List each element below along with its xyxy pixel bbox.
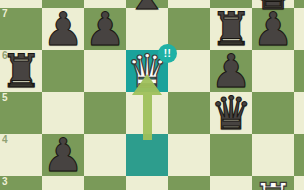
square-f4[interactable] bbox=[210, 134, 252, 176]
square-e5[interactable] bbox=[168, 92, 210, 134]
square-c3[interactable] bbox=[84, 176, 126, 190]
brilliant-move-badge: !! bbox=[158, 44, 177, 63]
move-arrow-head-icon bbox=[132, 74, 162, 95]
square-d8[interactable]: ♝ bbox=[126, 0, 168, 8]
black-pawn[interactable]: ♟ bbox=[42, 134, 84, 176]
square-b4[interactable]: ♟ bbox=[42, 134, 84, 176]
square-c4[interactable] bbox=[84, 134, 126, 176]
square-h6[interactable] bbox=[294, 50, 304, 92]
square-d3[interactable] bbox=[126, 176, 168, 190]
square-e3[interactable] bbox=[168, 176, 210, 190]
white-rook[interactable]: ♜ bbox=[252, 179, 294, 190]
rank-label-7: 7 bbox=[2, 9, 8, 19]
square-c6[interactable] bbox=[84, 50, 126, 92]
black-pawn[interactable]: ♟ bbox=[42, 8, 84, 50]
square-h3[interactable] bbox=[294, 176, 304, 190]
move-arrow-shaft bbox=[143, 95, 152, 140]
square-h8[interactable] bbox=[294, 0, 304, 8]
square-a3[interactable]: 3 bbox=[0, 176, 42, 190]
black-rook[interactable]: ♜ bbox=[0, 50, 42, 92]
black-bishop[interactable]: ♝ bbox=[126, 0, 168, 14]
square-f5[interactable]: ♛ bbox=[210, 92, 252, 134]
black-pawn[interactable]: ♟ bbox=[252, 8, 294, 50]
square-g4[interactable] bbox=[252, 134, 294, 176]
chess-board-screenshot: ♝♚7♟♟♜♟6♜♛♟5♛4♟3♜ !! bbox=[0, 0, 304, 190]
square-e8[interactable] bbox=[168, 0, 210, 8]
square-g5[interactable] bbox=[252, 92, 294, 134]
square-g7[interactable]: ♟ bbox=[252, 8, 294, 50]
square-d4[interactable] bbox=[126, 134, 168, 176]
rank-label-4: 4 bbox=[2, 135, 8, 145]
rank-label-3: 3 bbox=[2, 177, 8, 187]
square-a8[interactable] bbox=[0, 0, 42, 8]
square-f3[interactable] bbox=[210, 176, 252, 190]
square-b7[interactable]: ♟ bbox=[42, 8, 84, 50]
square-c7[interactable]: ♟ bbox=[84, 8, 126, 50]
square-c5[interactable] bbox=[84, 92, 126, 134]
square-e7[interactable] bbox=[168, 8, 210, 50]
square-e4[interactable] bbox=[168, 134, 210, 176]
square-g6[interactable] bbox=[252, 50, 294, 92]
black-pawn[interactable]: ♟ bbox=[84, 8, 126, 50]
chess-board: ♝♚7♟♟♜♟6♜♛♟5♛4♟3♜ bbox=[0, 0, 304, 190]
square-g3[interactable]: ♜ bbox=[252, 176, 294, 190]
square-b6[interactable] bbox=[42, 50, 84, 92]
square-h5[interactable] bbox=[294, 92, 304, 134]
square-a6[interactable]: 6♜ bbox=[0, 50, 42, 92]
square-h7[interactable] bbox=[294, 8, 304, 50]
square-a4[interactable]: 4 bbox=[0, 134, 42, 176]
square-a5[interactable]: 5 bbox=[0, 92, 42, 134]
square-h4[interactable] bbox=[294, 134, 304, 176]
black-queen[interactable]: ♛ bbox=[210, 92, 252, 134]
